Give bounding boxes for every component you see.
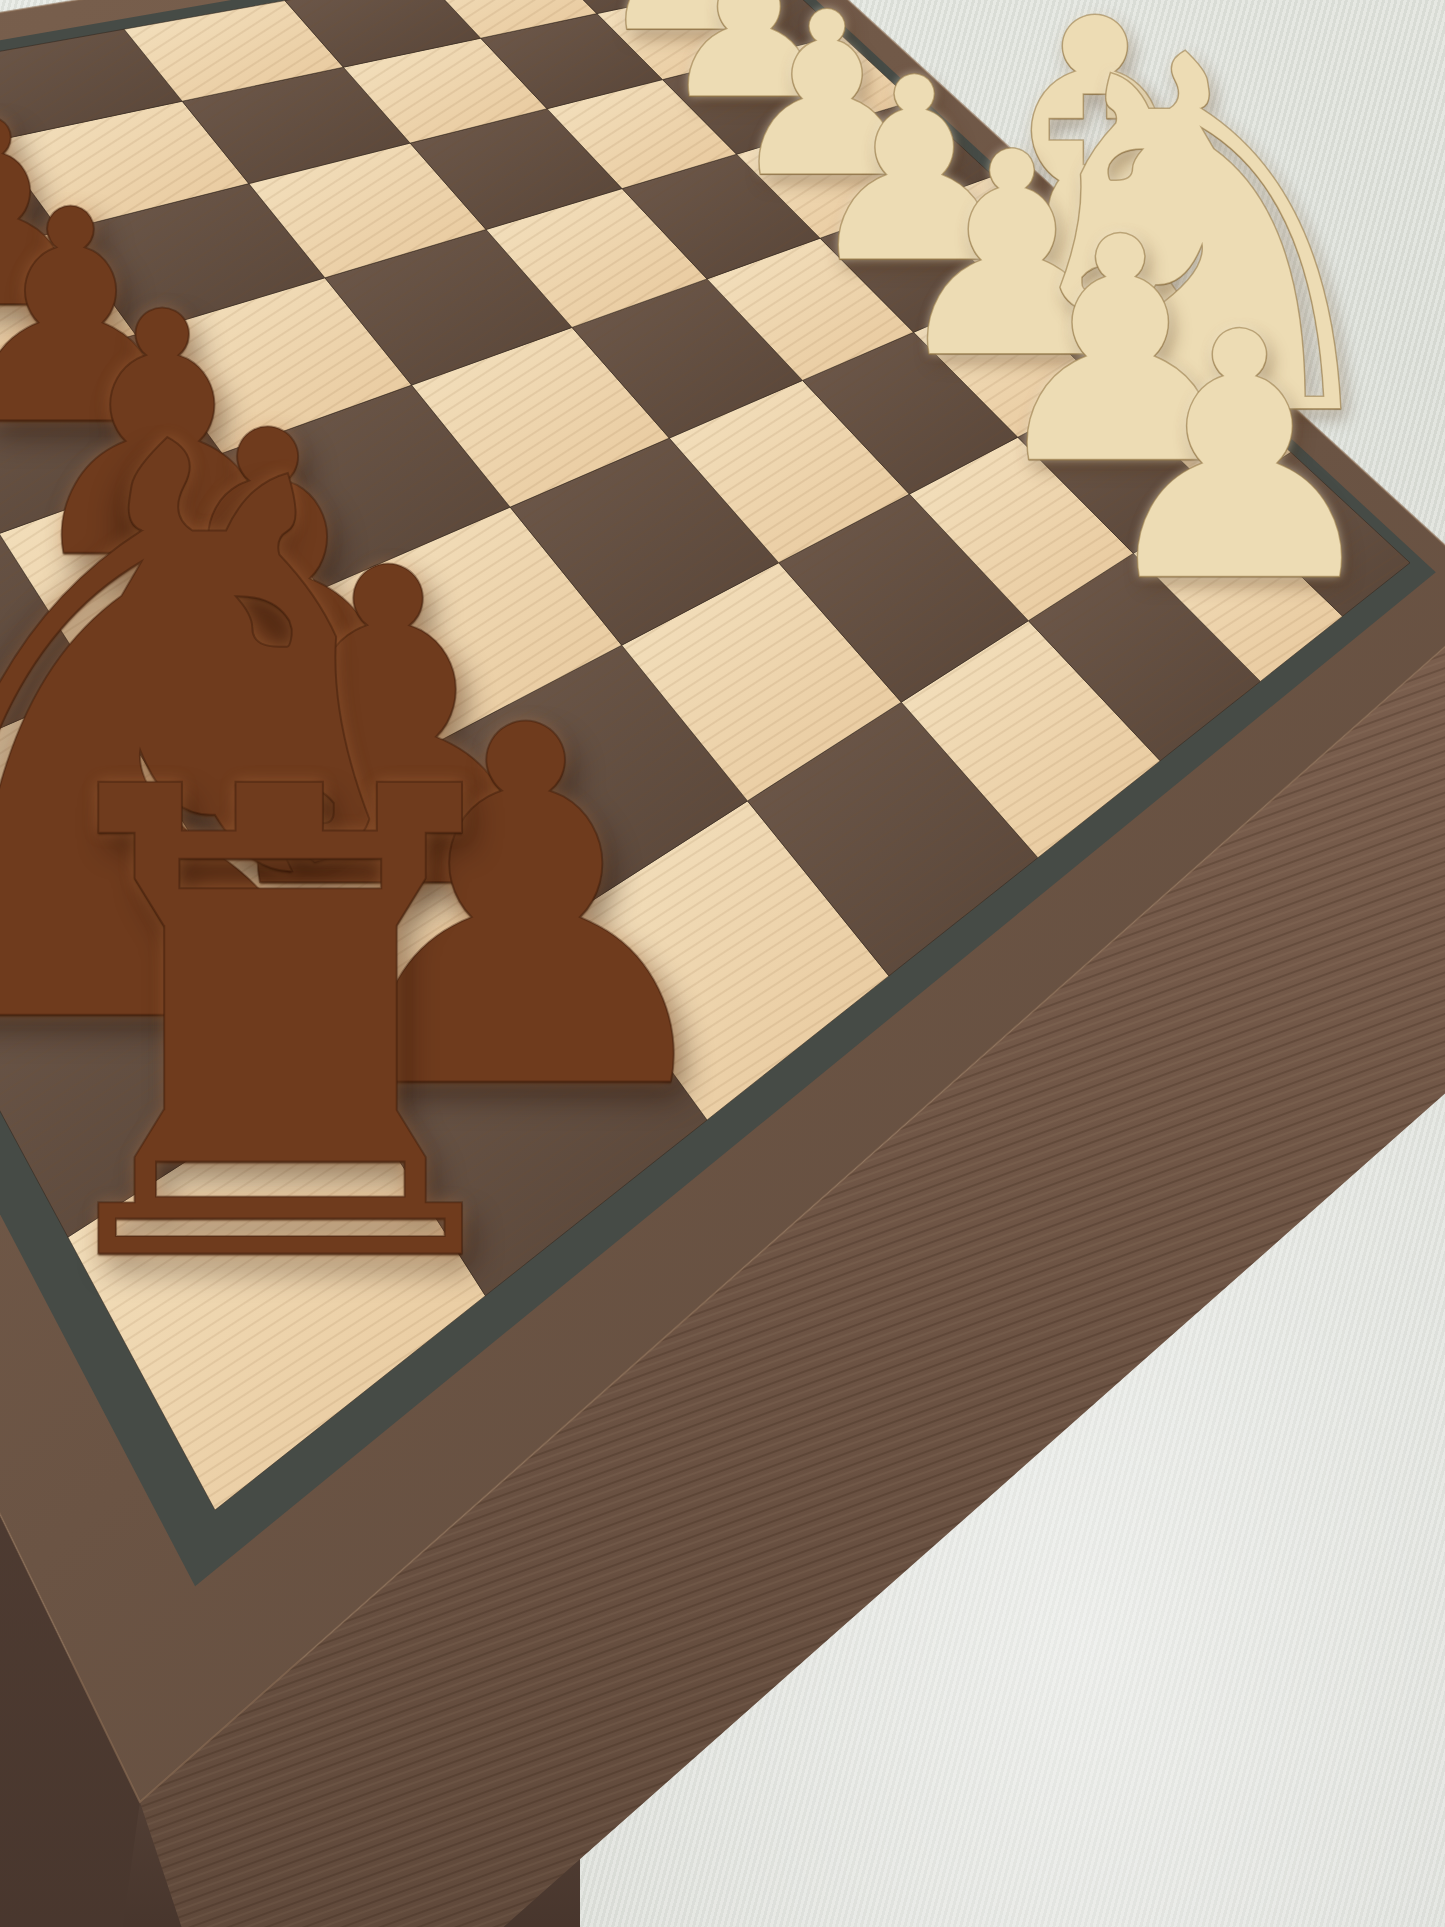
dark-rook-a8[interactable]: ♜ [0,706,570,1352]
chessboard-photo-scene: ♟♟♟♟♟♟♟♟♝♟♞♟♟♟♟♟♟♞♟♜ [0,0,1445,1927]
light-pawn-a2[interactable]: ♟ [1087,288,1393,629]
rook-glyph: ♜ [0,706,570,1352]
pawn-glyph: ♟ [1087,288,1393,629]
